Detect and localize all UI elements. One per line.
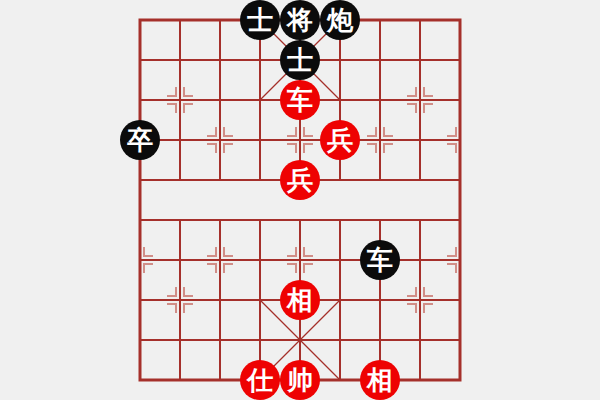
xiangqi-board-screen: 士将炮士车卒兵兵车相仕帅相	[0, 0, 600, 400]
piece-red-general[interactable]: 帅	[280, 360, 320, 400]
piece-red-soldier[interactable]: 兵	[280, 160, 320, 200]
piece-black-advisor[interactable]: 士	[240, 0, 280, 40]
piece-red-soldier[interactable]: 兵	[320, 120, 360, 160]
piece-black-chariot[interactable]: 车	[360, 240, 400, 280]
piece-black-advisor[interactable]: 士	[280, 40, 320, 80]
piece-red-advisor[interactable]: 仕	[240, 360, 280, 400]
piece-black-cannon[interactable]: 炮	[320, 0, 360, 40]
piece-red-chariot[interactable]: 车	[280, 80, 320, 120]
piece-black-soldier[interactable]: 卒	[120, 120, 160, 160]
piece-red-elephant[interactable]: 相	[280, 280, 320, 320]
piece-black-general[interactable]: 将	[280, 0, 320, 40]
pieces-layer: 士将炮士车卒兵兵车相仕帅相	[120, 0, 480, 400]
piece-red-elephant[interactable]: 相	[360, 360, 400, 400]
